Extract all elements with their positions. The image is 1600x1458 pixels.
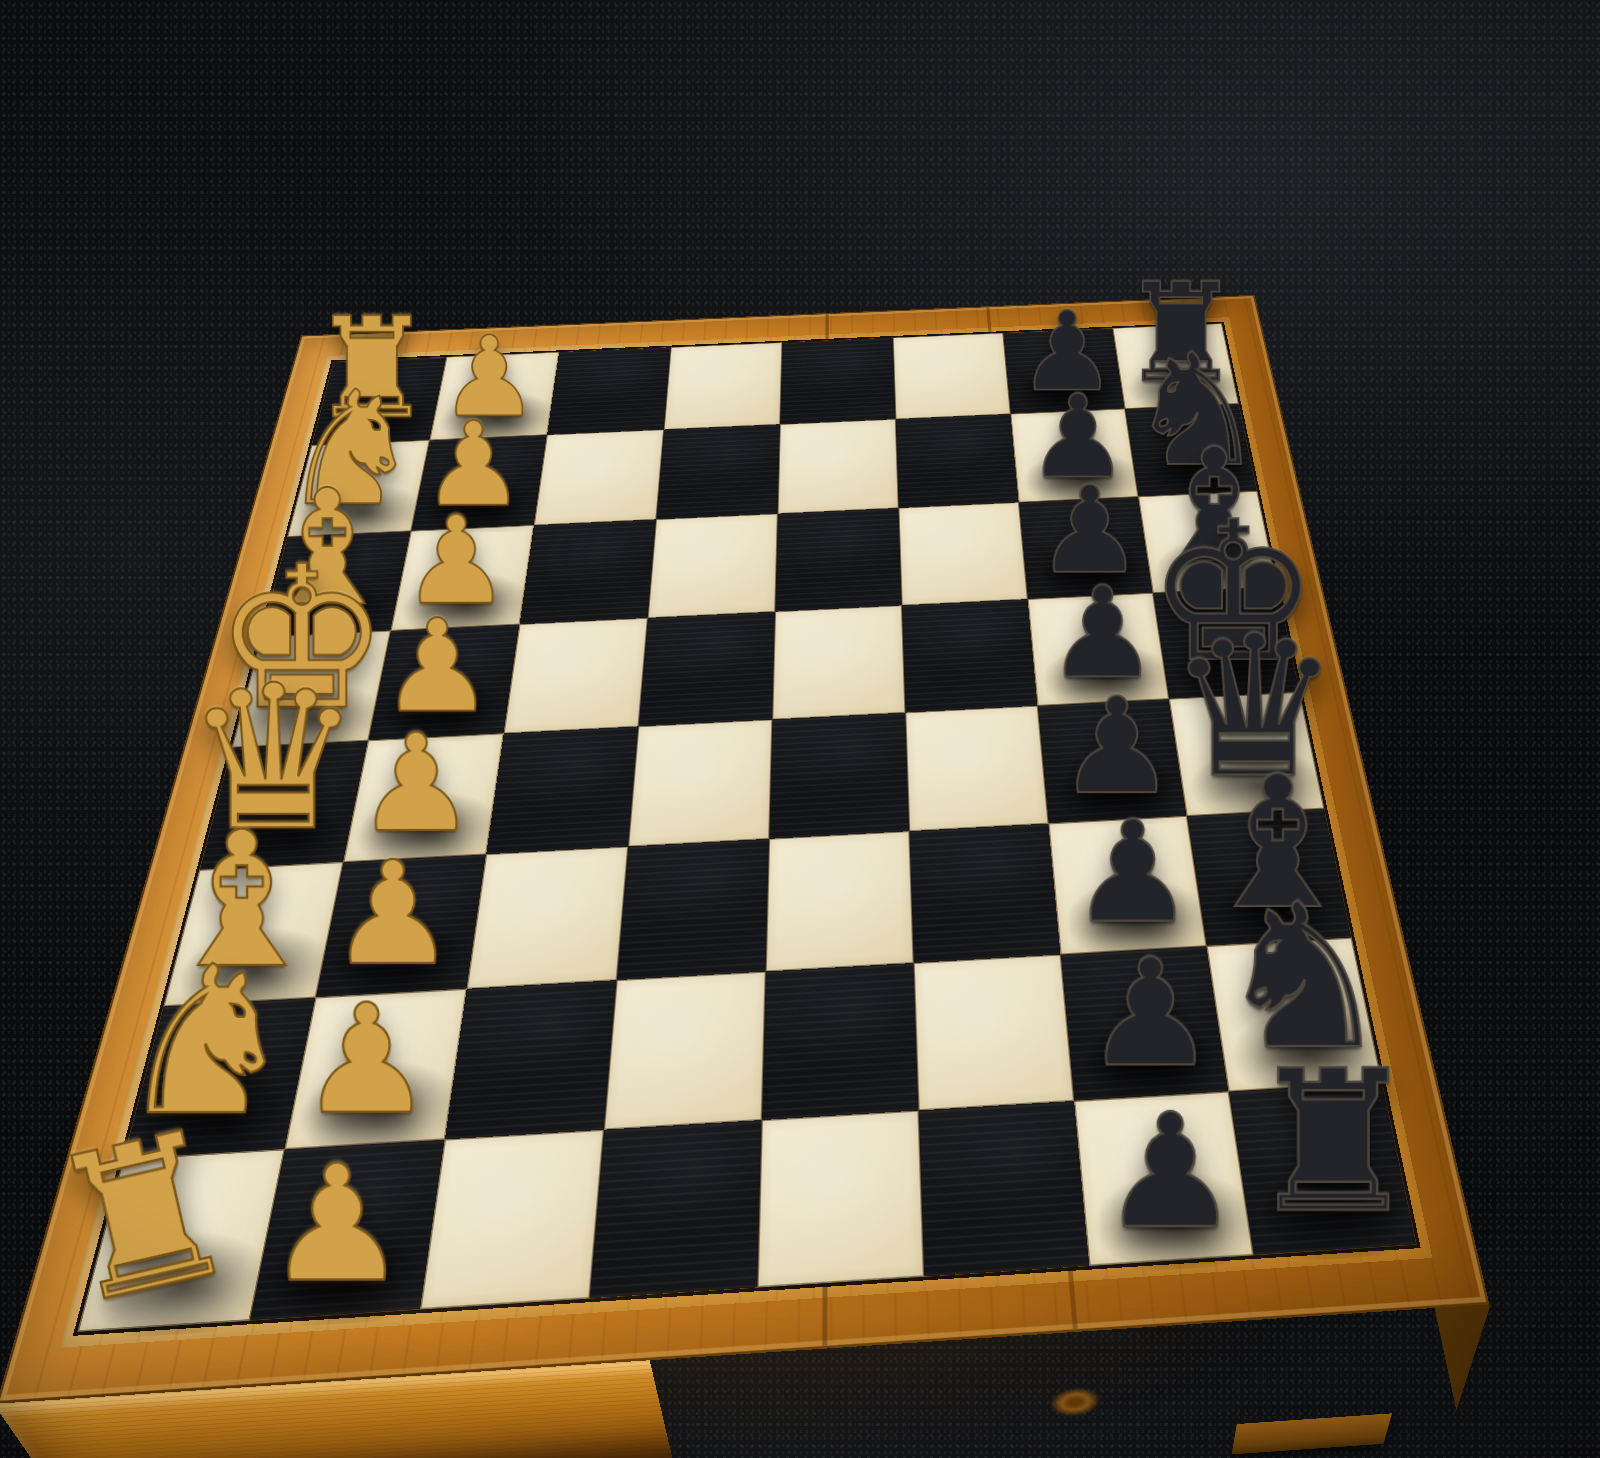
square-h4[interactable] [664, 342, 782, 429]
square-e5[interactable] [772, 605, 905, 719]
chess-board-3d: ♜♟♟♜♞♟♟♞♝♟♟♝♚♟♟♚♛♟♟♛♝♟♟♝♞♟♟♞♜♟♟♜ [0, 295, 1489, 1404]
square-c3[interactable] [467, 847, 628, 989]
square-a7[interactable]: ♟ [1074, 1091, 1253, 1265]
square-f4[interactable] [648, 514, 778, 618]
square-e4[interactable] [638, 612, 775, 727]
piece-black-pawn-b7[interactable]: ♟ [1084, 939, 1217, 1087]
square-f5[interactable] [775, 508, 902, 612]
square-h3[interactable] [547, 347, 671, 435]
square-a6[interactable] [919, 1101, 1090, 1277]
piece-white-pawn-a2[interactable]: ♟ [265, 1144, 409, 1304]
piece-white-pawn-c2[interactable]: ♟ [329, 843, 456, 985]
square-b3[interactable] [445, 980, 617, 1139]
square-a4[interactable] [589, 1120, 761, 1298]
square-d5[interactable] [769, 713, 909, 839]
square-c5[interactable] [766, 831, 914, 971]
square-d6[interactable] [905, 706, 1048, 831]
square-f3[interactable] [520, 519, 657, 624]
square-f6[interactable] [899, 502, 1028, 605]
square-d3[interactable] [486, 726, 638, 854]
checker-grid: ♜♟♟♜♞♟♟♞♝♟♟♝♚♟♟♚♛♟♟♛♝♟♟♝♞♟♟♞♜♟♟♜ [73, 322, 1421, 1336]
square-b6[interactable] [914, 955, 1075, 1111]
square-b4[interactable] [604, 972, 766, 1130]
piece-black-pawn-a7[interactable]: ♟ [1100, 1093, 1241, 1250]
board-scene: ♜♟♟♜♞♟♟♞♝♟♟♝♚♟♟♚♛♟♟♛♝♟♟♝♞♟♟♞♜♟♟♜ [0, 0, 1600, 1458]
square-e6[interactable] [902, 599, 1038, 712]
square-g3[interactable] [534, 430, 664, 526]
square-h6[interactable] [893, 333, 1011, 419]
square-h5[interactable] [780, 338, 896, 425]
square-a8[interactable]: ♜ [1229, 1082, 1417, 1255]
square-b2[interactable]: ♟ [285, 989, 467, 1149]
square-d4[interactable] [628, 719, 772, 846]
square-b7[interactable]: ♟ [1061, 946, 1229, 1101]
granite-reflection [240, 1300, 1300, 1450]
square-g4[interactable] [656, 424, 780, 519]
square-g5[interactable] [778, 419, 899, 514]
piece-black-rook-a8[interactable]: ♜ [1246, 1045, 1421, 1240]
square-a3[interactable] [420, 1130, 604, 1310]
piece-white-pawn-b2[interactable]: ♟ [299, 985, 434, 1136]
square-a5[interactable] [757, 1110, 924, 1287]
square-c6[interactable] [909, 824, 1060, 963]
square-a2[interactable]: ♟ [250, 1139, 445, 1320]
photo-stage: ♜♟♟♜♞♟♟♞♝♟♟♝♚♟♟♚♛♟♟♛♝♟♟♝♞♟♟♞♜♟♟♜ [0, 0, 1600, 1458]
wooden-frame: ♜♟♟♜♞♟♟♞♝♟♟♝♚♟♟♚♛♟♟♛♝♟♟♝♞♟♟♞♜♟♟♜ [0, 295, 1489, 1404]
piece-black-pawn-c7[interactable]: ♟ [1070, 803, 1195, 943]
square-c4[interactable] [617, 839, 769, 980]
square-e3[interactable] [504, 618, 648, 733]
square-b5[interactable] [762, 963, 919, 1120]
square-g6[interactable] [896, 414, 1019, 508]
